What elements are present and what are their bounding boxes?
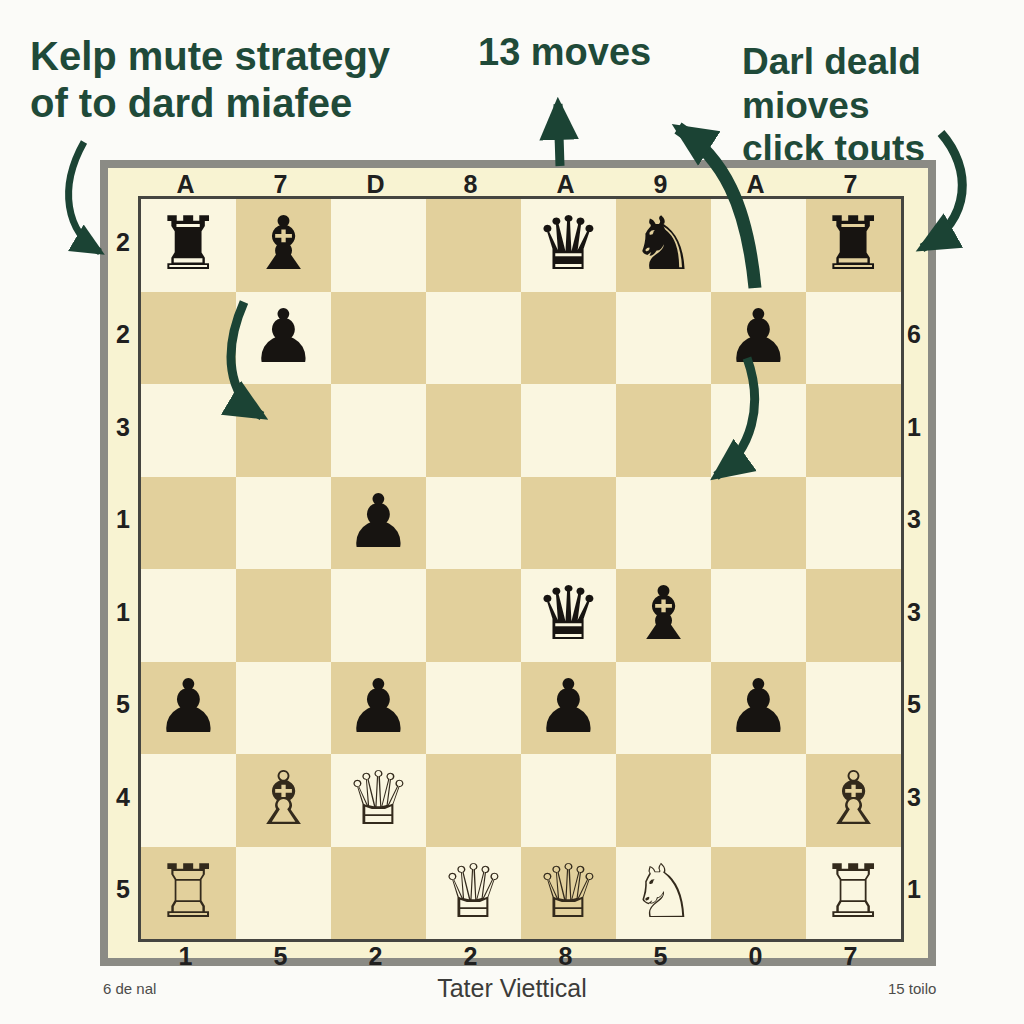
left-coordinate-labels: 22311545 — [108, 196, 138, 936]
chess-board-grid: ♜♝♛♞♜♟♟♟♛♝♟♟♟♟♗♕♗♖♕♕♘♖ — [141, 199, 901, 939]
square-e4[interactable] — [521, 477, 616, 570]
coordinate-label: 1 — [108, 566, 138, 659]
coordinate-label: A — [708, 170, 803, 199]
coordinate-label: 5 — [108, 844, 138, 937]
square-h3[interactable] — [806, 384, 901, 477]
black-rook-piece[interactable]: ♜ — [155, 206, 221, 280]
coordinate-label: 3 — [901, 751, 927, 844]
arrow-left-edge — [69, 142, 100, 252]
square-e2[interactable] — [521, 292, 616, 385]
square-b7[interactable]: ♗ — [236, 754, 331, 847]
bottom-coordinate-labels: 15228507 — [138, 942, 898, 962]
square-b2[interactable]: ♟ — [236, 292, 331, 385]
black-knight-piece[interactable]: ♞ — [630, 206, 696, 280]
white-queen-piece[interactable]: ♕ — [535, 854, 601, 928]
square-e8[interactable]: ♕ — [521, 847, 616, 940]
coordinate-label: 4 — [108, 751, 138, 844]
square-c4[interactable]: ♟ — [331, 477, 426, 570]
square-a8[interactable]: ♖ — [141, 847, 236, 940]
square-d6[interactable] — [426, 662, 521, 755]
square-e1[interactable]: ♛ — [521, 199, 616, 292]
coordinate-label: 5 — [901, 659, 927, 752]
white-queen-piece[interactable]: ♕ — [440, 854, 506, 928]
coordinate-label: 3 — [901, 474, 927, 567]
square-f4[interactable] — [616, 477, 711, 570]
coordinate-label — [901, 196, 927, 289]
square-h7[interactable]: ♗ — [806, 754, 901, 847]
square-c6[interactable]: ♟ — [331, 662, 426, 755]
black-rook-piece[interactable]: ♜ — [820, 206, 886, 280]
black-pawn-piece[interactable]: ♟ — [725, 299, 791, 373]
square-g7[interactable] — [711, 754, 806, 847]
right-coordinate-labels: 6133531 — [901, 196, 927, 936]
square-h1[interactable]: ♜ — [806, 199, 901, 292]
coordinate-label: 7 — [803, 942, 898, 971]
square-c8[interactable] — [331, 847, 426, 940]
black-queen-piece[interactable]: ♛ — [535, 206, 601, 280]
coordinate-label: 5 — [613, 942, 708, 971]
caption-right: 15 toilo — [888, 980, 936, 997]
white-rook-piece[interactable]: ♖ — [155, 854, 221, 928]
coordinate-label: 5 — [108, 659, 138, 752]
coordinate-label: 7 — [803, 170, 898, 199]
square-b5[interactable] — [236, 569, 331, 662]
square-f5[interactable]: ♝ — [616, 569, 711, 662]
coordinate-label: D — [328, 170, 423, 199]
square-d2[interactable] — [426, 292, 521, 385]
arrow-up-to-13-moves — [558, 104, 560, 166]
square-f8[interactable]: ♘ — [616, 847, 711, 940]
square-a7[interactable] — [141, 754, 236, 847]
black-pawn-piece[interactable]: ♟ — [535, 669, 601, 743]
annotation-line: Darl deald mioves — [742, 40, 1024, 127]
coordinate-label: 6 — [901, 289, 927, 382]
coordinate-label: 1 — [901, 381, 927, 474]
square-f6[interactable] — [616, 662, 711, 755]
white-knight-piece[interactable]: ♘ — [630, 854, 696, 928]
black-bishop-piece[interactable]: ♝ — [630, 576, 696, 650]
annotation-line: 13 moves — [478, 30, 651, 75]
square-g2[interactable]: ♟ — [711, 292, 806, 385]
square-b3[interactable] — [236, 384, 331, 477]
square-f7[interactable] — [616, 754, 711, 847]
square-f1[interactable]: ♞ — [616, 199, 711, 292]
square-a2[interactable] — [141, 292, 236, 385]
annotation-line: Kelp mute strategy — [30, 33, 390, 80]
square-e5[interactable]: ♛ — [521, 569, 616, 662]
square-h5[interactable] — [806, 569, 901, 662]
black-pawn-piece[interactable]: ♟ — [345, 669, 411, 743]
coordinate-label: 3 — [108, 381, 138, 474]
coordinate-label: 2 — [108, 196, 138, 289]
square-d3[interactable] — [426, 384, 521, 477]
coordinate-label: 0 — [708, 942, 803, 971]
square-h6[interactable] — [806, 662, 901, 755]
square-g8[interactable] — [711, 847, 806, 940]
white-queen-piece[interactable]: ♕ — [345, 761, 411, 835]
square-e6[interactable]: ♟ — [521, 662, 616, 755]
board-border: ♜♝♛♞♜♟♟♟♛♝♟♟♟♟♗♕♗♖♕♕♘♖ — [138, 196, 904, 942]
square-b6[interactable] — [236, 662, 331, 755]
coordinate-label: 3 — [901, 566, 927, 659]
square-h4[interactable] — [806, 477, 901, 570]
board-frame: A7D8A9A7 22311545 6133531 15228507 ♜♝♛♞♜… — [100, 160, 936, 966]
square-g5[interactable] — [711, 569, 806, 662]
square-c5[interactable] — [331, 569, 426, 662]
square-a3[interactable] — [141, 384, 236, 477]
square-a1[interactable]: ♜ — [141, 199, 236, 292]
black-bishop-piece[interactable]: ♝ — [250, 206, 316, 280]
coordinate-label: 2 — [423, 942, 518, 971]
square-g1[interactable] — [711, 199, 806, 292]
annotation-top-right: Darl deald mioves click touts — [742, 40, 1024, 171]
coordinate-label: 8 — [423, 170, 518, 199]
coordinate-label: 7 — [233, 170, 328, 199]
coordinate-label: 1 — [901, 844, 927, 937]
coordinate-label: A — [518, 170, 613, 199]
black-queen-piece[interactable]: ♛ — [535, 576, 601, 650]
square-d5[interactable] — [426, 569, 521, 662]
coordinate-label: 2 — [328, 942, 423, 971]
square-g4[interactable] — [711, 477, 806, 570]
square-c1[interactable] — [331, 199, 426, 292]
square-g3[interactable] — [711, 384, 806, 477]
top-coordinate-labels: A7D8A9A7 — [138, 170, 898, 194]
annotation-top-center: 13 moves — [478, 30, 651, 75]
square-d8[interactable]: ♕ — [426, 847, 521, 940]
square-b4[interactable] — [236, 477, 331, 570]
square-h2[interactable] — [806, 292, 901, 385]
annotation-line: of to dard miafee — [30, 80, 390, 127]
annotation-top-left: Kelp mute strategy of to dard miafee — [30, 33, 390, 127]
square-d7[interactable] — [426, 754, 521, 847]
white-bishop-piece[interactable]: ♗ — [820, 761, 886, 835]
coordinate-label: 8 — [518, 942, 613, 971]
square-b1[interactable]: ♝ — [236, 199, 331, 292]
coordinate-label: 1 — [108, 474, 138, 567]
white-bishop-piece[interactable]: ♗ — [250, 761, 316, 835]
square-f3[interactable] — [616, 384, 711, 477]
caption-center: Tater Viettical — [0, 974, 1024, 1003]
square-b8[interactable] — [236, 847, 331, 940]
square-a6[interactable]: ♟ — [141, 662, 236, 755]
coordinate-label: A — [138, 170, 233, 199]
square-f2[interactable] — [616, 292, 711, 385]
white-rook-piece[interactable]: ♖ — [820, 854, 886, 928]
black-pawn-piece[interactable]: ♟ — [345, 484, 411, 558]
square-h8[interactable]: ♖ — [806, 847, 901, 940]
square-c3[interactable] — [331, 384, 426, 477]
square-c7[interactable]: ♕ — [331, 754, 426, 847]
square-g6[interactable]: ♟ — [711, 662, 806, 755]
square-d4[interactable] — [426, 477, 521, 570]
square-a5[interactable] — [141, 569, 236, 662]
coordinate-label: 1 — [138, 942, 233, 971]
square-a4[interactable] — [141, 477, 236, 570]
coordinate-label: 2 — [108, 289, 138, 382]
square-e3[interactable] — [521, 384, 616, 477]
square-d1[interactable] — [426, 199, 521, 292]
coordinate-label: 9 — [613, 170, 708, 199]
square-c2[interactable] — [331, 292, 426, 385]
black-pawn-piece[interactable]: ♟ — [250, 299, 316, 373]
coordinate-label: 5 — [233, 942, 328, 971]
black-pawn-piece[interactable]: ♟ — [155, 669, 221, 743]
square-e7[interactable] — [521, 754, 616, 847]
chess-diagram: Kelp mute strategy of to dard miafee 13 … — [0, 0, 1024, 1024]
black-pawn-piece[interactable]: ♟ — [725, 669, 791, 743]
